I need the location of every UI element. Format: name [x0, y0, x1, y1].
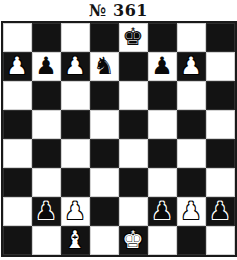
square-a6[interactable] [3, 81, 32, 110]
black-pawn: ♟ [35, 52, 57, 81]
square-f8[interactable] [148, 23, 177, 52]
square-c7[interactable]: ♟ [61, 52, 90, 81]
black-knight: ♞ [93, 52, 115, 81]
square-d2[interactable] [90, 197, 119, 226]
square-h2[interactable]: ♟ [206, 197, 235, 226]
square-a5[interactable] [3, 110, 32, 139]
square-b4[interactable] [32, 139, 61, 168]
square-h7[interactable] [206, 52, 235, 81]
white-pawn: ♟ [64, 52, 86, 81]
square-b6[interactable] [32, 81, 61, 110]
square-h3[interactable] [206, 168, 235, 197]
square-f5[interactable] [148, 110, 177, 139]
square-h1[interactable] [206, 226, 235, 255]
square-b7[interactable]: ♟ [32, 52, 61, 81]
square-d4[interactable] [90, 139, 119, 168]
square-c1[interactable]: ♝ [61, 226, 90, 255]
square-g2[interactable]: ♟ [177, 197, 206, 226]
square-c6[interactable] [61, 81, 90, 110]
square-c2[interactable]: ♟ [61, 197, 90, 226]
square-f4[interactable] [148, 139, 177, 168]
square-b1[interactable] [32, 226, 61, 255]
square-d7[interactable]: ♞ [90, 52, 119, 81]
square-d1[interactable] [90, 226, 119, 255]
square-h5[interactable] [206, 110, 235, 139]
black-king: ♚ [122, 23, 144, 52]
square-c4[interactable] [61, 139, 90, 168]
square-c3[interactable] [61, 168, 90, 197]
white-king: ♚ [122, 226, 144, 255]
square-d8[interactable] [90, 23, 119, 52]
square-f1[interactable] [148, 226, 177, 255]
white-pawn: ♟ [180, 197, 202, 226]
square-b5[interactable] [32, 110, 61, 139]
square-d5[interactable] [90, 110, 119, 139]
square-g3[interactable] [177, 168, 206, 197]
square-e8[interactable]: ♚ [119, 23, 148, 52]
square-e4[interactable] [119, 139, 148, 168]
board-wrap: ♚♟♟♟♞♟♟♟♟♟♟♟♝♚ [1, 21, 237, 257]
square-f6[interactable] [148, 81, 177, 110]
white-pawn: ♟ [180, 52, 202, 81]
black-pawn: ♟ [209, 197, 231, 226]
square-c5[interactable] [61, 110, 90, 139]
square-b3[interactable] [32, 168, 61, 197]
white-bishop: ♝ [64, 226, 86, 255]
square-e2[interactable] [119, 197, 148, 226]
square-f2[interactable]: ♟ [148, 197, 177, 226]
square-a8[interactable] [3, 23, 32, 52]
black-pawn: ♟ [151, 197, 173, 226]
square-c8[interactable] [61, 23, 90, 52]
square-g4[interactable] [177, 139, 206, 168]
square-a4[interactable] [3, 139, 32, 168]
square-b8[interactable] [32, 23, 61, 52]
square-h8[interactable] [206, 23, 235, 52]
white-pawn: ♟ [6, 52, 28, 81]
white-pawn: ♟ [64, 197, 86, 226]
square-g5[interactable] [177, 110, 206, 139]
square-g6[interactable] [177, 81, 206, 110]
square-g1[interactable] [177, 226, 206, 255]
square-a7[interactable]: ♟ [3, 52, 32, 81]
diagram-number: № 361 [0, 0, 237, 21]
square-f7[interactable]: ♟ [148, 52, 177, 81]
chess-board: ♚♟♟♟♞♟♟♟♟♟♟♟♝♚ [1, 21, 237, 257]
square-g7[interactable]: ♟ [177, 52, 206, 81]
square-d6[interactable] [90, 81, 119, 110]
square-f3[interactable] [148, 168, 177, 197]
square-h6[interactable] [206, 81, 235, 110]
square-e7[interactable] [119, 52, 148, 81]
square-e1[interactable]: ♚ [119, 226, 148, 255]
square-e6[interactable] [119, 81, 148, 110]
square-e5[interactable] [119, 110, 148, 139]
black-pawn: ♟ [35, 197, 57, 226]
black-pawn: ♟ [151, 52, 173, 81]
square-g8[interactable] [177, 23, 206, 52]
square-a2[interactable] [3, 197, 32, 226]
square-e3[interactable] [119, 168, 148, 197]
square-a1[interactable] [3, 226, 32, 255]
square-h4[interactable] [206, 139, 235, 168]
square-a3[interactable] [3, 168, 32, 197]
square-d3[interactable] [90, 168, 119, 197]
square-b2[interactable]: ♟ [32, 197, 61, 226]
